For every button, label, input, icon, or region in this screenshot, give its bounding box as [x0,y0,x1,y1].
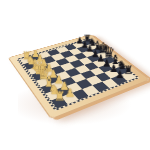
square-a1: ♜ [51,97,68,108]
piece-white-rook: ♜ [49,90,70,103]
piece-black-pawn: ♟ [110,69,129,80]
square-a7: ♟ [111,75,127,84]
chess-set-photo: ♜♟♟♜♞♟♟♞♝♟♟♝♚♟♟♚♛♟♟♛♝♟♟♝♞♟♟♞♜♟♟♜ [0,0,150,150]
